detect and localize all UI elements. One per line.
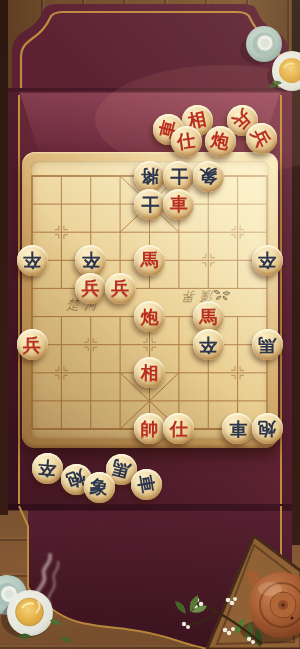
bottom-decor xyxy=(0,0,300,649)
game-scene: 楚河 漢界 相兵車兵仕炮 卒馬炮車象 將士象士車卒卒馬卒兵兵炮馬兵卒馬相帥仕車炮 xyxy=(0,0,300,649)
